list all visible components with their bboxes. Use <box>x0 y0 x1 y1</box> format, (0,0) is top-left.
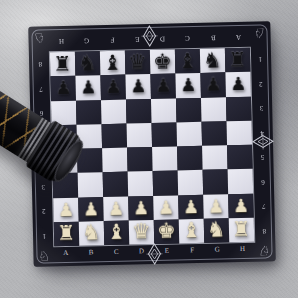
rank-label-right-1: 1 <box>253 46 268 71</box>
square-h7: ♟ <box>225 72 251 97</box>
square-c7: ♟ <box>100 75 126 100</box>
square-g1: ♞ <box>204 218 230 243</box>
photo-background: HGFEDCBA ABCDEFGH 87654321 12345678 ♘ ♘ … <box>0 0 298 298</box>
rank-label-left-8: 8 <box>33 51 48 76</box>
file-label-top-c: C <box>175 30 201 47</box>
square-c6 <box>101 99 127 124</box>
square-d7: ♟ <box>125 74 151 99</box>
square-h5 <box>226 120 252 145</box>
square-d2: ♟ <box>128 195 154 220</box>
rank-label-left-7: 7 <box>33 76 48 101</box>
black-pawn: ♟ <box>80 79 97 97</box>
square-d5 <box>127 123 153 148</box>
black-knight: ♞ <box>78 53 97 74</box>
square-h4 <box>227 145 253 170</box>
square-a7: ♟ <box>50 76 76 101</box>
white-pawn: ♟ <box>108 199 125 217</box>
square-e2: ♟ <box>153 195 179 220</box>
white-bishop: ♝ <box>182 220 201 241</box>
diamond-ornament-icon <box>252 133 274 149</box>
square-c3 <box>103 172 129 197</box>
knight-ornament-icon: ♘ <box>38 249 50 262</box>
square-f1: ♝ <box>179 219 205 244</box>
rank-label-right-3: 3 <box>254 95 269 120</box>
square-h2: ♟ <box>228 193 254 218</box>
black-pawn: ♟ <box>55 79 72 97</box>
square-g8: ♞ <box>200 48 226 73</box>
white-rook: ♜ <box>57 223 76 244</box>
file-label-top-a: A <box>225 29 251 46</box>
square-a1: ♜ <box>54 221 80 246</box>
square-f4 <box>177 146 203 171</box>
white-king: ♚ <box>157 221 176 242</box>
white-pawn: ♟ <box>83 200 100 218</box>
square-e4 <box>152 146 178 171</box>
square-f8: ♝ <box>175 49 201 74</box>
square-d6 <box>126 99 152 124</box>
black-rook: ♜ <box>53 53 72 74</box>
square-e7: ♟ <box>150 74 176 99</box>
white-pawn: ♟ <box>58 200 75 218</box>
white-pawn: ♟ <box>233 196 250 214</box>
black-pawn: ♟ <box>205 76 222 94</box>
square-c5 <box>102 123 128 148</box>
diamond-ornament-icon <box>146 243 162 265</box>
square-g2: ♟ <box>203 194 229 219</box>
black-bishop: ♝ <box>103 52 122 73</box>
white-knight: ♞ <box>207 220 226 241</box>
square-g4 <box>202 145 228 170</box>
white-pawn: ♟ <box>208 197 225 215</box>
square-e5 <box>152 122 178 147</box>
file-label-top-h: H <box>48 33 74 50</box>
square-d3 <box>128 171 154 196</box>
knight-ornament-icon: ♘ <box>254 26 266 39</box>
square-h8: ♜ <box>225 48 251 73</box>
square-c4 <box>102 148 128 173</box>
black-pawn: ♟ <box>230 75 247 93</box>
black-pawn: ♟ <box>130 77 147 95</box>
square-g5 <box>202 121 228 146</box>
file-label-top-b: B <box>200 29 226 46</box>
rank-label-right-6: 6 <box>256 169 271 194</box>
rank-label-right-8: 8 <box>257 218 272 243</box>
square-a8: ♜ <box>50 52 76 77</box>
square-b7: ♟ <box>75 75 101 100</box>
square-c1: ♝ <box>104 220 130 245</box>
knight-ornament-icon: ♘ <box>33 31 45 44</box>
black-pawn: ♟ <box>105 78 122 96</box>
black-knight: ♞ <box>203 50 222 71</box>
square-h3 <box>228 169 254 194</box>
square-g7: ♟ <box>200 73 226 98</box>
square-e8: ♚ <box>150 49 176 74</box>
square-c2: ♟ <box>103 196 129 221</box>
white-knight: ♞ <box>82 223 101 244</box>
square-c8: ♝ <box>100 51 126 76</box>
black-bishop: ♝ <box>178 51 197 72</box>
square-d4 <box>127 147 153 172</box>
square-d8: ♛ <box>125 50 151 75</box>
black-queen: ♛ <box>128 52 147 73</box>
square-h1: ♜ <box>229 217 255 242</box>
white-rook: ♜ <box>232 219 251 240</box>
black-pawn: ♟ <box>180 76 197 94</box>
square-f7: ♟ <box>175 73 201 98</box>
square-h6 <box>226 96 252 121</box>
white-bishop: ♝ <box>107 222 126 243</box>
knight-ornament-icon: ♘ <box>259 244 271 257</box>
square-b3 <box>78 172 104 197</box>
rank-label-right-7: 7 <box>256 193 271 218</box>
rank-label-left-2: 2 <box>36 198 51 223</box>
black-king: ♚ <box>153 51 172 72</box>
square-a2: ♟ <box>53 197 79 222</box>
file-label-top-f: F <box>99 32 125 49</box>
square-d1: ♛ <box>129 220 155 245</box>
white-pawn: ♟ <box>158 198 175 216</box>
file-label-top-g: G <box>74 32 100 49</box>
square-f3 <box>178 170 204 195</box>
square-g6 <box>201 97 227 122</box>
black-rook: ♜ <box>228 49 247 70</box>
square-b2: ♟ <box>78 197 104 222</box>
square-e1: ♚ <box>154 219 180 244</box>
white-pawn: ♟ <box>183 198 200 216</box>
square-e3 <box>153 171 179 196</box>
square-f2: ♟ <box>178 194 204 219</box>
square-f6 <box>176 97 202 122</box>
diamond-ornament-icon <box>141 25 157 47</box>
square-b1: ♞ <box>79 221 105 246</box>
square-e6 <box>151 98 177 123</box>
black-pawn: ♟ <box>155 77 172 95</box>
square-b6 <box>76 100 102 125</box>
rank-label-right-2: 2 <box>253 71 268 96</box>
white-pawn: ♟ <box>133 199 150 217</box>
square-b8: ♞ <box>75 51 101 76</box>
rank-label-left-1: 1 <box>37 223 52 248</box>
square-f5 <box>177 122 203 147</box>
square-g3 <box>203 170 229 195</box>
white-queen: ♛ <box>132 221 151 242</box>
